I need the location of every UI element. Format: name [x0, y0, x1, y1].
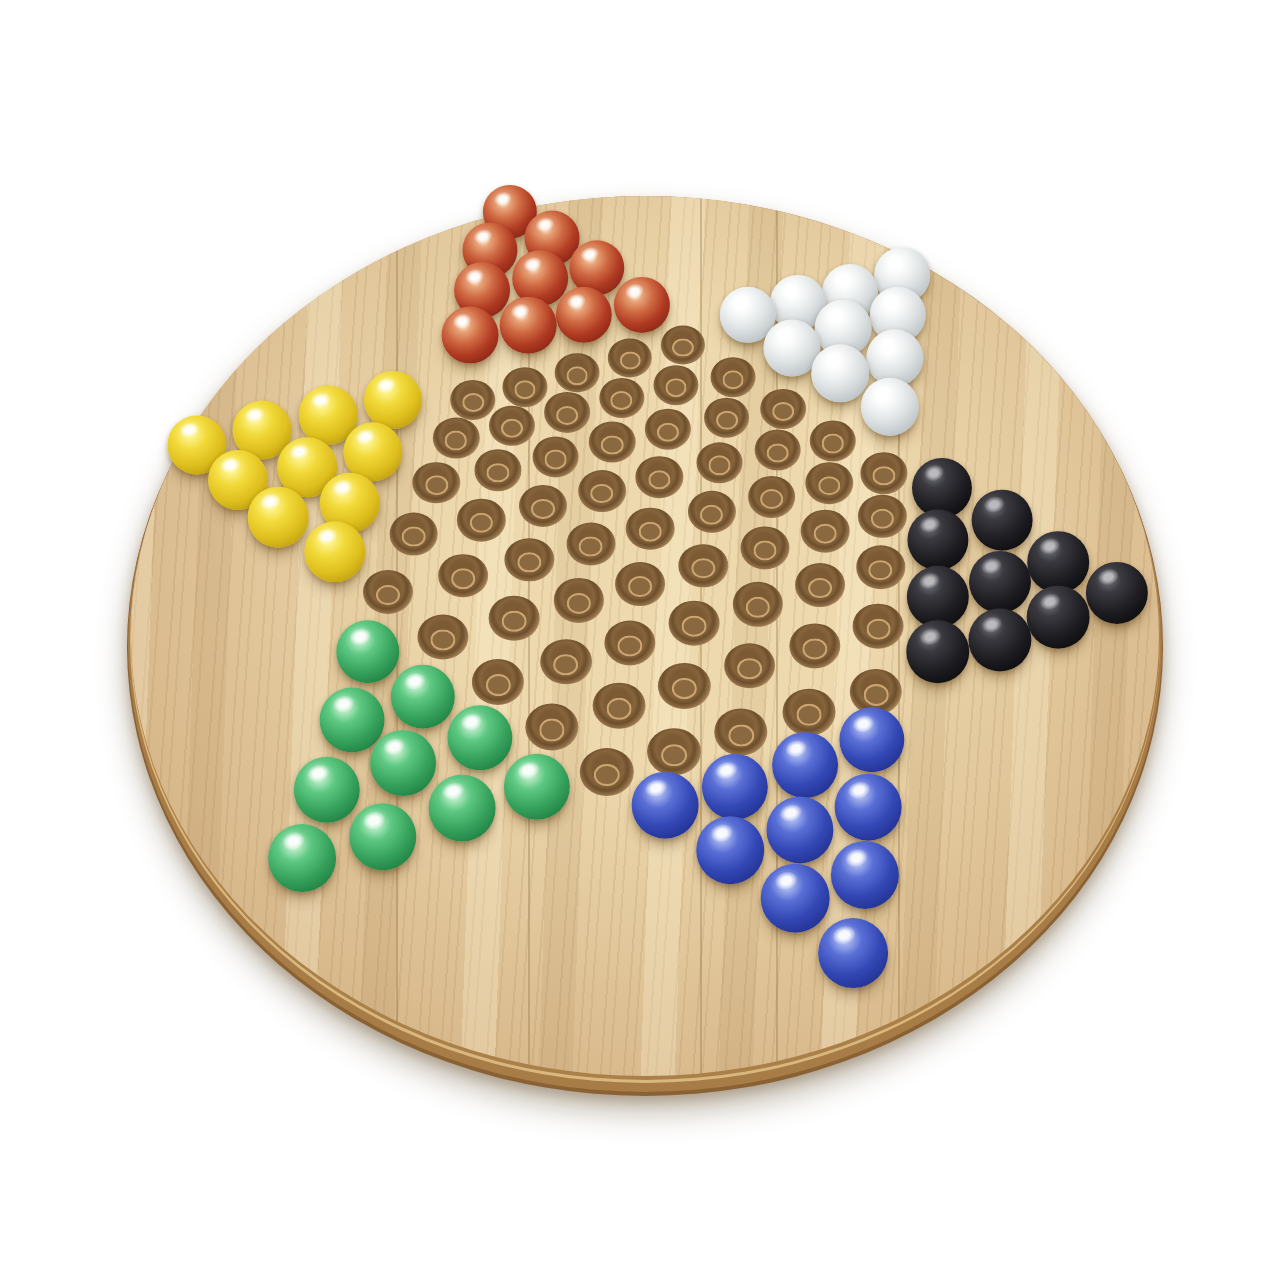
marble-black[interactable] [907, 509, 968, 570]
board-hole[interactable] [806, 462, 853, 504]
marble-black[interactable] [969, 551, 1031, 613]
board-hole[interactable] [653, 365, 698, 405]
marble-blue[interactable] [772, 732, 838, 798]
hole-pit [657, 422, 679, 441]
hole-pit [501, 419, 523, 438]
hole-pit [737, 658, 762, 679]
hole-pit [606, 698, 631, 720]
board-hole[interactable] [525, 704, 578, 751]
board-hole[interactable] [696, 442, 743, 483]
board-hole[interactable] [433, 418, 479, 459]
hole-pit [579, 536, 602, 556]
marble-blue[interactable] [761, 864, 830, 933]
hole-pit [402, 527, 425, 547]
hole-pit [728, 724, 754, 746]
hole-pit [514, 380, 536, 399]
hole-pit [691, 558, 715, 578]
photo-background [0, 0, 1280, 1280]
hole-pit [553, 654, 578, 675]
hole-pit [672, 678, 697, 700]
board-hole[interactable] [580, 748, 634, 796]
hole-pit [813, 524, 836, 544]
hole-pit [700, 505, 723, 525]
hole-pit [708, 456, 731, 475]
hole-pit [539, 719, 565, 741]
board-hole[interactable] [589, 422, 635, 463]
board-hole[interactable] [711, 357, 756, 397]
hole-pit [601, 435, 623, 454]
hole-pit [639, 521, 662, 541]
board-hole[interactable] [413, 462, 460, 504]
hole-pit [869, 560, 893, 580]
marble-white[interactable] [811, 344, 869, 402]
board-hole[interactable] [669, 601, 720, 646]
hole-pit [766, 443, 788, 462]
marble-blue[interactable] [835, 774, 902, 841]
board-hole[interactable] [417, 615, 468, 660]
marble-yellow[interactable] [364, 371, 422, 429]
board-hole[interactable] [502, 367, 547, 407]
hole-pit [863, 684, 888, 706]
board-hole[interactable] [748, 476, 796, 518]
marble-blue[interactable] [632, 772, 699, 839]
hole-pit [822, 434, 844, 453]
marble-green[interactable] [370, 730, 436, 796]
hole-pit [532, 499, 555, 519]
marble-blue[interactable] [696, 816, 764, 884]
hole-pit [772, 402, 794, 421]
hole-pit [618, 635, 643, 656]
marble-blue[interactable] [831, 841, 899, 909]
board-hole[interactable] [592, 682, 645, 728]
board-hole[interactable] [544, 392, 590, 432]
hole-pit [470, 513, 493, 533]
hole-pit [566, 366, 587, 385]
board-hole[interactable] [604, 620, 655, 665]
hole-pit [873, 466, 896, 486]
board-hole[interactable] [853, 603, 904, 648]
marble-red[interactable] [500, 297, 557, 354]
marble-red[interactable] [614, 277, 670, 333]
hole-pit [760, 489, 783, 509]
hole-pit [629, 576, 653, 597]
board-hole[interactable] [457, 499, 505, 542]
hole-pit [808, 578, 832, 599]
board-hole[interactable] [532, 436, 579, 477]
hole-pit [818, 476, 841, 496]
marble-blue[interactable] [766, 796, 833, 863]
hole-pit [485, 674, 510, 696]
board-hole[interactable] [626, 507, 675, 550]
board-hole[interactable] [801, 510, 850, 553]
board-hole[interactable] [566, 522, 615, 565]
hole-pit [590, 484, 613, 504]
marble-black[interactable] [972, 490, 1033, 551]
board-hole[interactable] [489, 596, 540, 641]
hole-pit [648, 470, 671, 490]
hole-pit [462, 393, 484, 412]
board-hole[interactable] [856, 545, 905, 589]
hole-pit [796, 704, 821, 726]
board-hole[interactable] [860, 452, 907, 494]
hole-pit [376, 585, 400, 606]
marble-black[interactable] [968, 608, 1031, 671]
hole-pit [611, 391, 633, 410]
marble-green[interactable] [429, 775, 496, 842]
hole-pit [753, 541, 777, 561]
board-hole[interactable] [438, 554, 488, 598]
marble-black[interactable] [1086, 562, 1148, 624]
marble-blue[interactable] [818, 918, 888, 988]
board-hole[interactable] [389, 513, 438, 556]
hole-pit [517, 552, 541, 572]
board-hole[interactable] [636, 456, 683, 498]
board-hole[interactable] [599, 378, 644, 418]
board-hole[interactable] [658, 663, 710, 709]
hole-pit [445, 431, 467, 450]
board-hole[interactable] [450, 380, 495, 420]
hole-pit [619, 351, 640, 369]
hole-pit [803, 638, 828, 659]
board-hole[interactable] [472, 659, 524, 705]
board-hole[interactable] [578, 470, 626, 512]
board-hole[interactable] [645, 409, 691, 450]
hole-pit [594, 764, 620, 786]
board-hole[interactable] [783, 689, 836, 736]
hole-pit [866, 618, 890, 639]
hole-pit [567, 593, 591, 614]
board-hole[interactable] [795, 563, 845, 607]
marble-green[interactable] [268, 824, 336, 892]
board-hole[interactable] [724, 643, 776, 689]
hole-pit [871, 509, 894, 529]
hole-pit [544, 450, 566, 469]
marble-red[interactable] [442, 307, 499, 364]
hole-pit [665, 379, 687, 398]
hole-pit [682, 616, 706, 637]
marble-black[interactable] [1027, 586, 1090, 649]
hole-pit [716, 411, 738, 430]
board-hole[interactable] [810, 421, 856, 462]
hole-pit [661, 744, 687, 766]
hole-pit [451, 568, 475, 589]
marble-yellow[interactable] [248, 487, 309, 548]
board-hole[interactable] [740, 526, 789, 569]
board-hole[interactable] [555, 353, 600, 392]
board-hole[interactable] [754, 430, 801, 471]
hole-pit [425, 475, 448, 495]
hole-pit [431, 629, 456, 650]
hole-pit [722, 370, 744, 389]
hole-pit [502, 611, 526, 632]
board-hole[interactable] [661, 326, 705, 365]
board-hole[interactable] [519, 485, 567, 527]
board-hole[interactable] [647, 728, 701, 775]
hole-pit [486, 463, 509, 482]
board-hole[interactable] [760, 389, 806, 429]
marble-green[interactable] [320, 688, 385, 753]
wood-grain-seam [396, 196, 398, 1076]
board-hole[interactable] [704, 398, 750, 438]
board-hole[interactable] [540, 639, 592, 685]
marble-black[interactable] [1027, 531, 1089, 593]
hole-pit [672, 338, 693, 356]
board-hole[interactable] [489, 406, 535, 447]
board-hole[interactable] [363, 570, 413, 614]
hole-pit [556, 406, 578, 425]
hole-pit [746, 597, 770, 618]
board-hole[interactable] [616, 562, 666, 606]
board-hole[interactable] [714, 709, 767, 756]
